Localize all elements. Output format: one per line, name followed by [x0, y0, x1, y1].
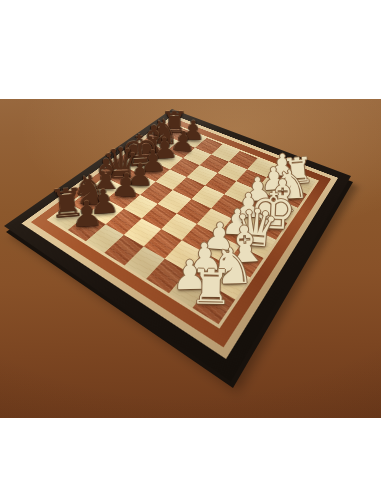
tabletop: ♜♞♝♛♚♝♞♜♟♟♟♟♟♟♟♟♟♟♟♟♟♟♟♟♜♞♝♛♚♝♞♜: [0, 99, 381, 418]
photo-canvas: ♜♞♝♛♚♝♞♜♟♟♟♟♟♟♟♟♟♟♟♟♟♟♟♟♜♞♝♛♚♝♞♜: [0, 0, 381, 492]
chess-board: [4, 109, 351, 382]
